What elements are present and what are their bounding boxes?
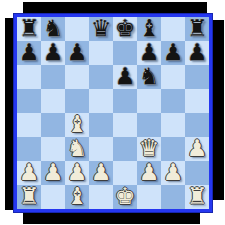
square-d6[interactable] xyxy=(89,65,113,89)
square-b6[interactable] xyxy=(41,65,65,89)
square-c4[interactable]: ♝ xyxy=(65,113,89,137)
square-f5[interactable] xyxy=(137,89,161,113)
square-g8[interactable] xyxy=(161,17,185,41)
piece-white-pawn[interactable]: ♟ xyxy=(187,137,208,160)
piece-black-king[interactable]: ♚ xyxy=(115,17,136,40)
square-b8[interactable]: ♞ xyxy=(41,17,65,41)
square-b3[interactable] xyxy=(41,137,65,161)
square-d1[interactable] xyxy=(89,185,113,209)
square-a7[interactable]: ♟ xyxy=(17,41,41,65)
piece-white-queen[interactable]: ♛ xyxy=(139,137,160,160)
square-f4[interactable] xyxy=(137,113,161,137)
square-f6[interactable]: ♞ xyxy=(137,65,161,89)
square-h6[interactable] xyxy=(185,65,209,89)
square-h5[interactable] xyxy=(185,89,209,113)
board-shadow-bottom xyxy=(23,213,200,224)
square-c6[interactable] xyxy=(65,65,89,89)
square-c7[interactable]: ♟ xyxy=(65,41,89,65)
piece-black-pawn[interactable]: ♟ xyxy=(19,41,40,64)
piece-black-bishop[interactable]: ♝ xyxy=(139,17,160,40)
square-d2[interactable]: ♟ xyxy=(89,161,113,185)
square-g1[interactable] xyxy=(161,185,185,209)
piece-black-rook[interactable]: ♜ xyxy=(187,17,208,40)
piece-black-rook[interactable]: ♜ xyxy=(19,17,40,40)
square-e2[interactable] xyxy=(113,161,137,185)
piece-black-pawn[interactable]: ♟ xyxy=(43,41,64,64)
square-d4[interactable] xyxy=(89,113,113,137)
square-e8[interactable]: ♚ xyxy=(113,17,137,41)
square-a5[interactable] xyxy=(17,89,41,113)
piece-black-pawn[interactable]: ♟ xyxy=(115,65,136,88)
square-f3[interactable]: ♛ xyxy=(137,137,161,161)
square-d5[interactable] xyxy=(89,89,113,113)
square-h1[interactable]: ♜ xyxy=(185,185,209,209)
square-c1[interactable]: ♝ xyxy=(65,185,89,209)
square-c5[interactable] xyxy=(65,89,89,113)
square-e7[interactable] xyxy=(113,41,137,65)
piece-white-pawn[interactable]: ♟ xyxy=(139,161,160,184)
piece-white-bishop[interactable]: ♝ xyxy=(67,185,88,208)
square-g6[interactable] xyxy=(161,65,185,89)
square-g5[interactable] xyxy=(161,89,185,113)
piece-black-pawn[interactable]: ♟ xyxy=(67,41,88,64)
square-a6[interactable] xyxy=(17,65,41,89)
square-c2[interactable]: ♟ xyxy=(65,161,89,185)
piece-white-pawn[interactable]: ♟ xyxy=(163,161,184,184)
piece-black-pawn[interactable]: ♟ xyxy=(139,41,160,64)
board-shadow-left xyxy=(5,18,14,210)
square-c8[interactable] xyxy=(65,17,89,41)
square-e4[interactable] xyxy=(113,113,137,137)
square-d7[interactable] xyxy=(89,41,113,65)
piece-white-pawn[interactable]: ♟ xyxy=(67,161,88,184)
square-b7[interactable]: ♟ xyxy=(41,41,65,65)
square-f7[interactable]: ♟ xyxy=(137,41,161,65)
square-a1[interactable]: ♜ xyxy=(17,185,41,209)
square-h3[interactable]: ♟ xyxy=(185,137,209,161)
square-h2[interactable] xyxy=(185,161,209,185)
square-b2[interactable]: ♟ xyxy=(41,161,65,185)
square-a8[interactable]: ♜ xyxy=(17,17,41,41)
piece-white-rook[interactable]: ♜ xyxy=(187,185,208,208)
square-a2[interactable]: ♟ xyxy=(17,161,41,185)
piece-black-queen[interactable]: ♛ xyxy=(91,17,112,40)
piece-black-knight[interactable]: ♞ xyxy=(139,65,160,88)
square-f1[interactable] xyxy=(137,185,161,209)
square-f2[interactable]: ♟ xyxy=(137,161,161,185)
piece-black-pawn[interactable]: ♟ xyxy=(163,41,184,64)
square-c3[interactable]: ♞ xyxy=(65,137,89,161)
board-grid: ♜♞♛♚♝♜♟♟♟♟♟♟♟♞♝♞♛♟♟♟♟♟♟♟♜♝♚♜ xyxy=(17,17,209,209)
square-d3[interactable] xyxy=(89,137,113,161)
board-shadow-right xyxy=(213,20,224,200)
square-g7[interactable]: ♟ xyxy=(161,41,185,65)
square-e6[interactable]: ♟ xyxy=(113,65,137,89)
square-a3[interactable] xyxy=(17,137,41,161)
piece-white-pawn[interactable]: ♟ xyxy=(19,161,40,184)
piece-white-king[interactable]: ♚ xyxy=(115,185,136,208)
piece-white-rook[interactable]: ♜ xyxy=(19,185,40,208)
piece-black-pawn[interactable]: ♟ xyxy=(187,41,208,64)
piece-white-knight[interactable]: ♞ xyxy=(67,137,88,160)
piece-black-knight[interactable]: ♞ xyxy=(43,17,64,40)
square-b1[interactable] xyxy=(41,185,65,209)
square-f8[interactable]: ♝ xyxy=(137,17,161,41)
square-e1[interactable]: ♚ xyxy=(113,185,137,209)
square-h8[interactable]: ♜ xyxy=(185,17,209,41)
chess-board: ♜♞♛♚♝♜♟♟♟♟♟♟♟♞♝♞♛♟♟♟♟♟♟♟♜♝♚♜ xyxy=(14,14,212,212)
piece-white-pawn[interactable]: ♟ xyxy=(91,161,112,184)
square-g3[interactable] xyxy=(161,137,185,161)
square-g2[interactable]: ♟ xyxy=(161,161,185,185)
board-shadow-top xyxy=(23,2,207,14)
square-a4[interactable] xyxy=(17,113,41,137)
piece-white-bishop[interactable]: ♝ xyxy=(67,113,88,136)
square-g4[interactable] xyxy=(161,113,185,137)
piece-white-pawn[interactable]: ♟ xyxy=(43,161,64,184)
square-e5[interactable] xyxy=(113,89,137,113)
square-h7[interactable]: ♟ xyxy=(185,41,209,65)
square-d8[interactable]: ♛ xyxy=(89,17,113,41)
chessboard-window: ♜♞♛♚♝♜♟♟♟♟♟♟♟♞♝♞♛♟♟♟♟♟♟♟♜♝♚♜ xyxy=(0,0,225,225)
square-b5[interactable] xyxy=(41,89,65,113)
square-b4[interactable] xyxy=(41,113,65,137)
square-e3[interactable] xyxy=(113,137,137,161)
square-h4[interactable] xyxy=(185,113,209,137)
